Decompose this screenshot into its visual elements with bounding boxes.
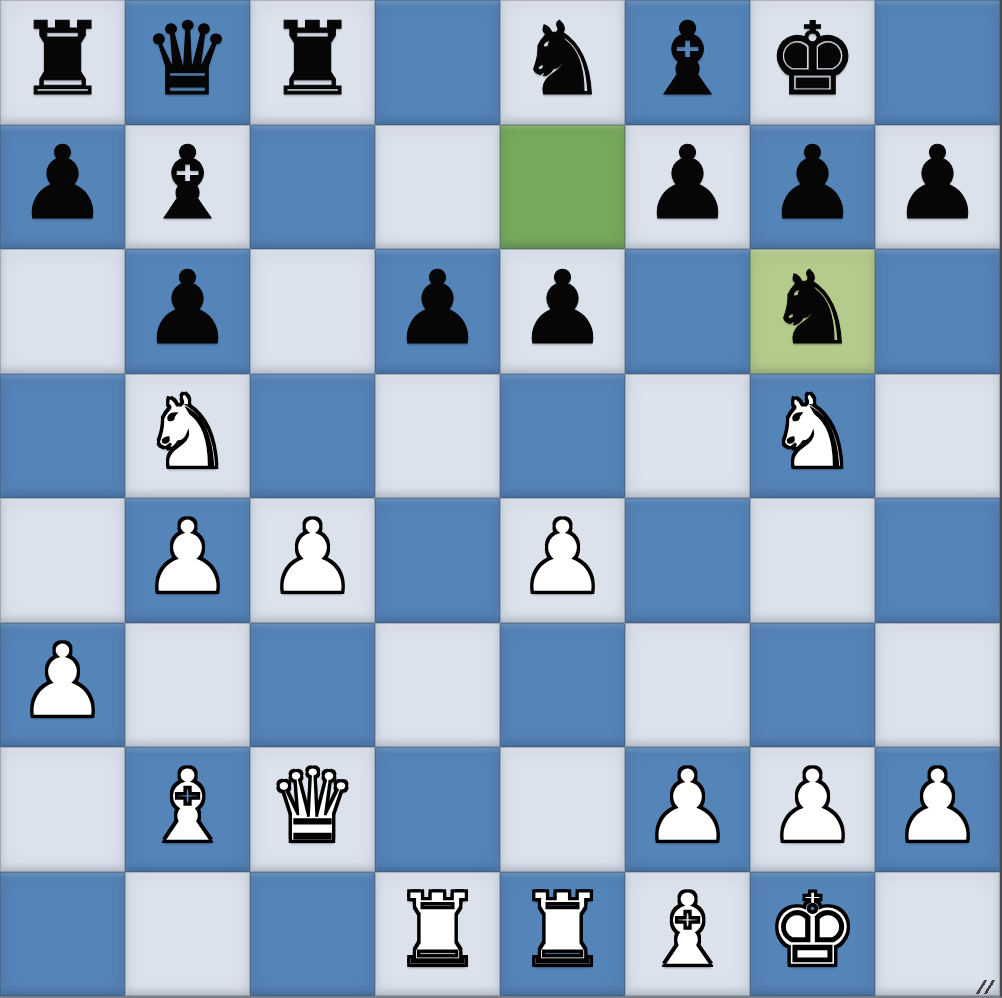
piece-black-pawn[interactable]: ♟ (642, 133, 733, 234)
square-g2[interactable]: ♟ (750, 747, 875, 872)
square-f5[interactable] (625, 374, 750, 499)
piece-white-king[interactable]: ♚ (767, 880, 858, 981)
square-b5[interactable]: ♞ (125, 374, 250, 499)
square-h6[interactable] (875, 249, 1000, 374)
piece-white-pawn[interactable]: ♟ (17, 631, 108, 732)
square-a7[interactable]: ♟ (0, 125, 125, 250)
square-e1[interactable]: ♜ (500, 872, 625, 997)
square-a2[interactable] (0, 747, 125, 872)
square-d1[interactable]: ♜ (375, 872, 500, 997)
piece-black-pawn[interactable]: ♟ (392, 258, 483, 359)
square-b8[interactable]: ♛ (125, 0, 250, 125)
piece-black-bishop[interactable]: ♝ (142, 133, 233, 234)
square-h4[interactable] (875, 498, 1000, 623)
square-f8[interactable]: ♝ (625, 0, 750, 125)
piece-black-knight[interactable]: ♞ (767, 258, 858, 359)
square-d5[interactable] (375, 374, 500, 499)
square-f1[interactable]: ♝ (625, 872, 750, 997)
square-f6[interactable] (625, 249, 750, 374)
piece-white-knight[interactable]: ♞ (767, 382, 858, 483)
piece-black-pawn[interactable]: ♟ (767, 133, 858, 234)
piece-black-pawn[interactable]: ♟ (142, 258, 233, 359)
square-g8[interactable]: ♚ (750, 0, 875, 125)
piece-black-rook[interactable]: ♜ (267, 9, 358, 110)
piece-white-pawn[interactable]: ♟ (892, 756, 983, 857)
chess-board: ♜♛♜♞♝♚♟♝♟♟♟♟♟♟♞♞♞♟♟♟♟♝♛♟♟♟♜♜♝♚ (0, 0, 1002, 998)
square-h1[interactable] (875, 872, 1000, 997)
square-a8[interactable]: ♜ (0, 0, 125, 125)
square-d7[interactable] (375, 125, 500, 250)
piece-black-pawn[interactable]: ♟ (17, 133, 108, 234)
square-e4[interactable]: ♟ (500, 498, 625, 623)
square-d2[interactable] (375, 747, 500, 872)
square-a4[interactable] (0, 498, 125, 623)
square-d4[interactable] (375, 498, 500, 623)
piece-white-pawn[interactable]: ♟ (642, 756, 733, 857)
square-f7[interactable]: ♟ (625, 125, 750, 250)
square-f2[interactable]: ♟ (625, 747, 750, 872)
square-g1[interactable]: ♚ (750, 872, 875, 997)
square-c4[interactable]: ♟ (250, 498, 375, 623)
square-h3[interactable] (875, 623, 1000, 748)
square-h7[interactable]: ♟ (875, 125, 1000, 250)
square-g6[interactable]: ♞ (750, 249, 875, 374)
piece-white-pawn[interactable]: ♟ (267, 507, 358, 608)
square-a5[interactable] (0, 374, 125, 499)
square-d8[interactable] (375, 0, 500, 125)
square-g7[interactable]: ♟ (750, 125, 875, 250)
square-c7[interactable] (250, 125, 375, 250)
piece-black-pawn[interactable]: ♟ (892, 133, 983, 234)
square-b3[interactable] (125, 623, 250, 748)
square-f3[interactable] (625, 623, 750, 748)
square-b2[interactable]: ♝ (125, 747, 250, 872)
square-d6[interactable]: ♟ (375, 249, 500, 374)
square-b4[interactable]: ♟ (125, 498, 250, 623)
square-c1[interactable] (250, 872, 375, 997)
piece-white-queen[interactable]: ♛ (267, 756, 358, 857)
piece-black-queen[interactable]: ♛ (142, 9, 233, 110)
square-g5[interactable]: ♞ (750, 374, 875, 499)
square-e7[interactable] (500, 125, 625, 250)
square-a3[interactable]: ♟ (0, 623, 125, 748)
square-c5[interactable] (250, 374, 375, 499)
piece-white-knight[interactable]: ♞ (142, 382, 233, 483)
square-h2[interactable]: ♟ (875, 747, 1000, 872)
piece-white-pawn[interactable]: ♟ (517, 507, 608, 608)
piece-white-rook[interactable]: ♜ (392, 880, 483, 981)
square-e3[interactable] (500, 623, 625, 748)
piece-black-king[interactable]: ♚ (767, 9, 858, 110)
piece-white-bishop[interactable]: ♝ (142, 756, 233, 857)
piece-white-bishop[interactable]: ♝ (642, 880, 733, 981)
piece-black-pawn[interactable]: ♟ (517, 258, 608, 359)
square-c2[interactable]: ♛ (250, 747, 375, 872)
square-h5[interactable] (875, 374, 1000, 499)
square-b6[interactable]: ♟ (125, 249, 250, 374)
square-b1[interactable] (125, 872, 250, 997)
square-g3[interactable] (750, 623, 875, 748)
piece-black-bishop[interactable]: ♝ (642, 9, 733, 110)
square-h8[interactable] (875, 0, 1000, 125)
square-e2[interactable] (500, 747, 625, 872)
piece-white-pawn[interactable]: ♟ (767, 756, 858, 857)
square-g4[interactable] (750, 498, 875, 623)
square-f4[interactable] (625, 498, 750, 623)
piece-white-pawn[interactable]: ♟ (142, 507, 233, 608)
square-e5[interactable] (500, 374, 625, 499)
square-e6[interactable]: ♟ (500, 249, 625, 374)
piece-black-knight[interactable]: ♞ (517, 9, 608, 110)
square-c8[interactable]: ♜ (250, 0, 375, 125)
square-b7[interactable]: ♝ (125, 125, 250, 250)
square-e8[interactable]: ♞ (500, 0, 625, 125)
board-grid: ♜♛♜♞♝♚♟♝♟♟♟♟♟♟♞♞♞♟♟♟♟♝♛♟♟♟♜♜♝♚ (0, 0, 1000, 996)
square-a1[interactable] (0, 872, 125, 997)
square-c3[interactable] (250, 623, 375, 748)
square-c6[interactable] (250, 249, 375, 374)
piece-black-rook[interactable]: ♜ (17, 9, 108, 110)
square-d3[interactable] (375, 623, 500, 748)
square-a6[interactable] (0, 249, 125, 374)
piece-white-rook[interactable]: ♜ (517, 880, 608, 981)
